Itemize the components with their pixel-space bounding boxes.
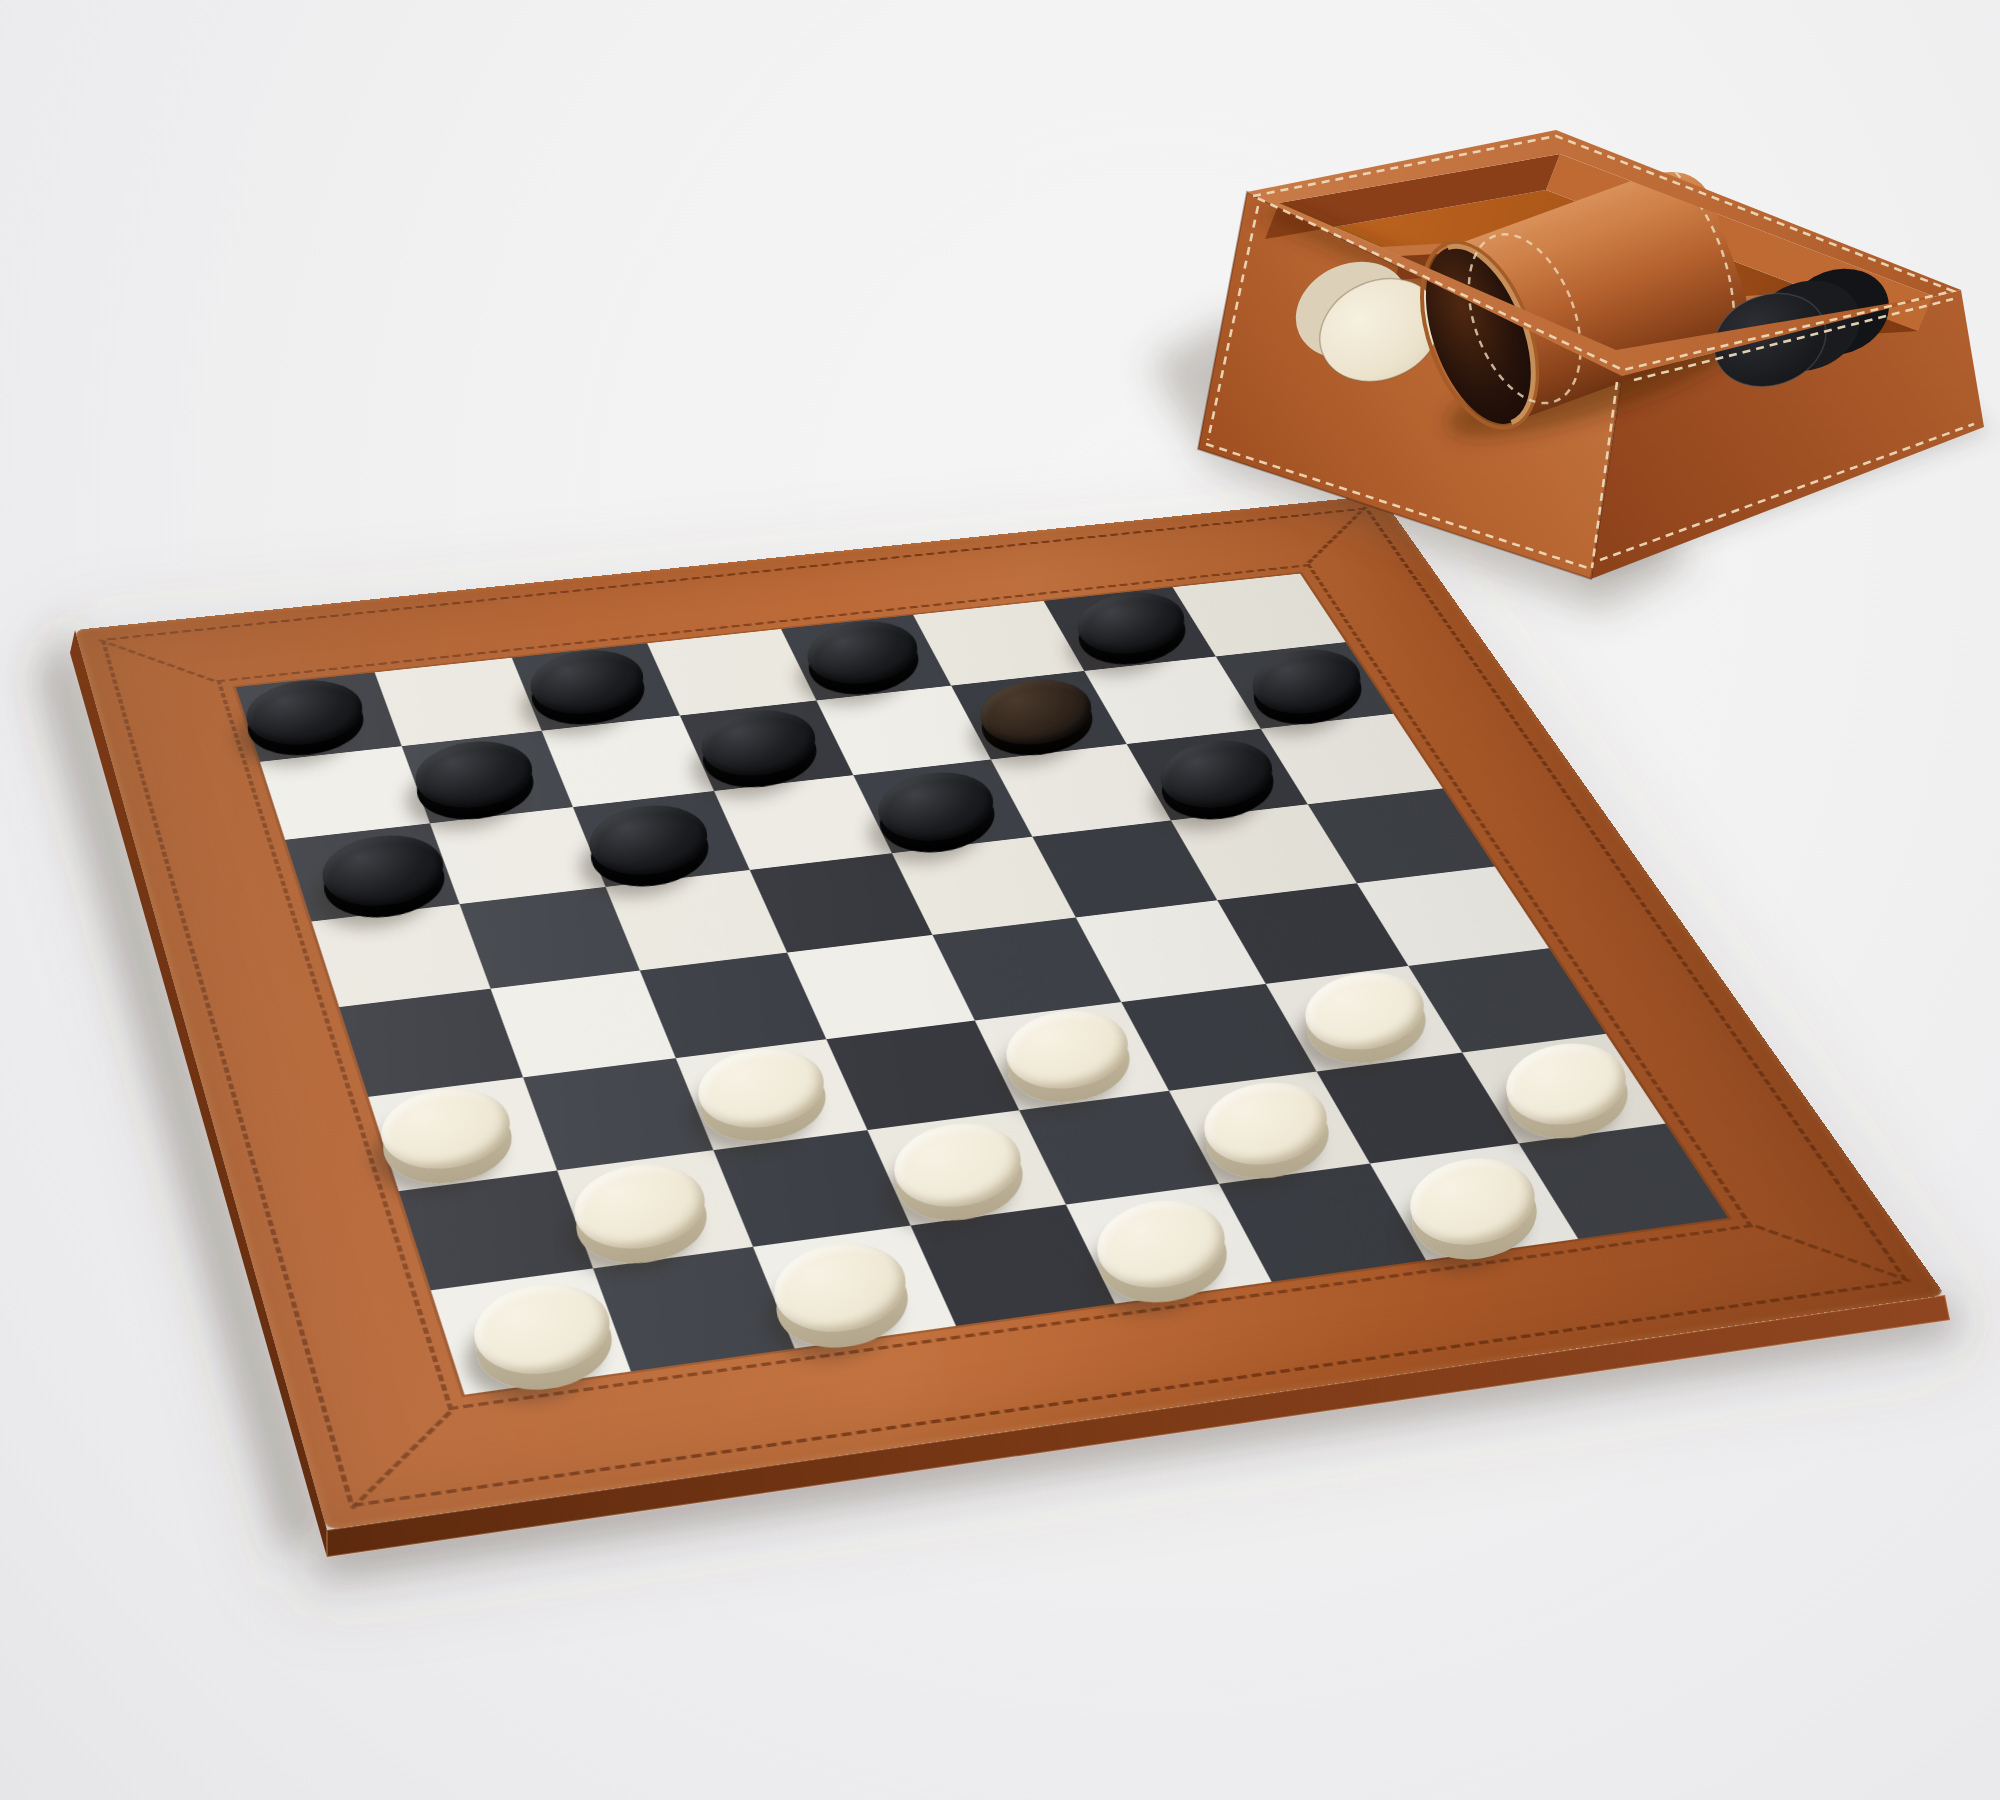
scene <box>0 0 2000 1800</box>
storage-tray <box>0 0 2000 1800</box>
